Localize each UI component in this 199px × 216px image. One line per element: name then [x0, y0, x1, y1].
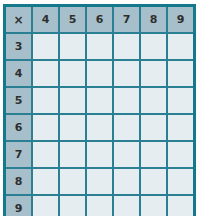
product-cell-r6-c7[interactable]	[114, 115, 139, 140]
product-cell-r8-c8[interactable]	[141, 169, 166, 194]
product-cell-r7-c8[interactable]	[141, 142, 166, 167]
product-cell-r5-c9[interactable]	[168, 88, 193, 113]
product-cell-r3-c6[interactable]	[87, 34, 112, 59]
product-cell-r3-c8[interactable]	[141, 34, 166, 59]
product-cell-r4-c4[interactable]	[33, 61, 58, 86]
product-cell-r6-c9[interactable]	[168, 115, 193, 140]
product-cell-r7-c5[interactable]	[60, 142, 85, 167]
product-cell-r7-c9[interactable]	[168, 142, 193, 167]
col-header-7: 7	[114, 7, 139, 32]
product-cell-r5-c6[interactable]	[87, 88, 112, 113]
row-header-7: 7	[6, 142, 31, 167]
product-cell-r6-c4[interactable]	[33, 115, 58, 140]
product-cell-r4-c8[interactable]	[141, 61, 166, 86]
product-cell-r3-c5[interactable]	[60, 34, 85, 59]
product-cell-r8-c6[interactable]	[87, 169, 112, 194]
row-header-5: 5	[6, 88, 31, 113]
product-cell-r5-c4[interactable]	[33, 88, 58, 113]
product-cell-r7-c4[interactable]	[33, 142, 58, 167]
product-cell-r6-c5[interactable]	[60, 115, 85, 140]
row-header-9: 9	[6, 196, 31, 216]
product-cell-r3-c4[interactable]	[33, 34, 58, 59]
product-cell-r5-c5[interactable]	[60, 88, 85, 113]
row-header-6: 6	[6, 115, 31, 140]
product-cell-r9-c4[interactable]	[33, 196, 58, 216]
product-cell-r4-c7[interactable]	[114, 61, 139, 86]
product-cell-r4-c5[interactable]	[60, 61, 85, 86]
product-cell-r3-c9[interactable]	[168, 34, 193, 59]
col-header-9: 9	[168, 7, 193, 32]
product-cell-r6-c6[interactable]	[87, 115, 112, 140]
row-header-8: 8	[6, 169, 31, 194]
product-cell-r4-c6[interactable]	[87, 61, 112, 86]
col-header-8: 8	[141, 7, 166, 32]
product-cell-r9-c5[interactable]	[60, 196, 85, 216]
product-cell-r5-c7[interactable]	[114, 88, 139, 113]
product-cell-r9-c6[interactable]	[87, 196, 112, 216]
row-header-4: 4	[6, 61, 31, 86]
product-cell-r6-c8[interactable]	[141, 115, 166, 140]
product-cell-r7-c7[interactable]	[114, 142, 139, 167]
col-header-4: 4	[33, 7, 58, 32]
product-cell-r9-c9[interactable]	[168, 196, 193, 216]
product-cell-r9-c8[interactable]	[141, 196, 166, 216]
product-cell-r3-c7[interactable]	[114, 34, 139, 59]
product-cell-r5-c8[interactable]	[141, 88, 166, 113]
product-cell-r8-c5[interactable]	[60, 169, 85, 194]
product-cell-r9-c7[interactable]	[114, 196, 139, 216]
product-cell-r8-c7[interactable]	[114, 169, 139, 194]
product-cell-r8-c4[interactable]	[33, 169, 58, 194]
row-header-3: 3	[6, 34, 31, 59]
col-header-6: 6	[87, 7, 112, 32]
product-cell-r4-c9[interactable]	[168, 61, 193, 86]
product-cell-r8-c9[interactable]	[168, 169, 193, 194]
col-header-5: 5	[60, 7, 85, 32]
times-symbol-corner-cell: ×	[6, 7, 31, 32]
multiplication-grid: ×4567893456789	[3, 4, 196, 216]
product-cell-r7-c6[interactable]	[87, 142, 112, 167]
